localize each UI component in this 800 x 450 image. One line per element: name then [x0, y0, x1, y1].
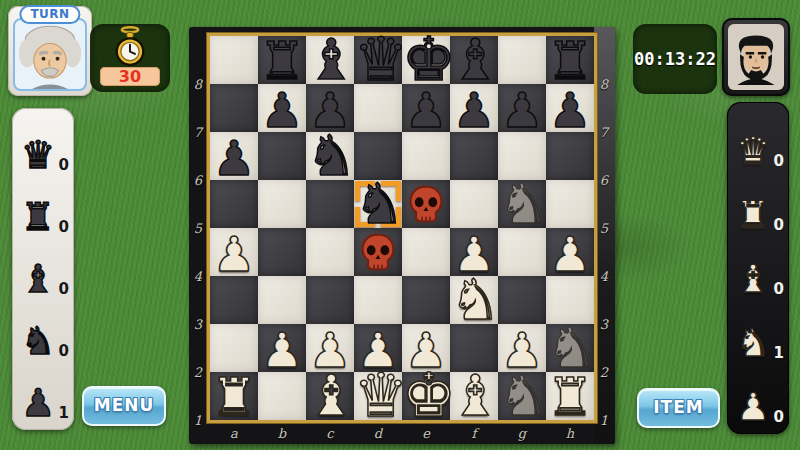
captured-white-rook: ♜0 [727, 172, 789, 236]
file-label-b: b [278, 426, 286, 441]
move-timer-panel: 30 [90, 24, 170, 92]
white-pawn-h4[interactable]: ♟ [546, 228, 594, 276]
stopwatch-icon [112, 26, 149, 72]
black-pawn-h7[interactable]: ♟ [546, 84, 594, 132]
white-player-avatar [13, 18, 87, 91]
captured-count: 0 [59, 280, 69, 298]
ghost-white-knight-h2[interactable]: ♞ [546, 324, 594, 372]
captured-count: 0 [774, 216, 784, 234]
rank-label-2: 2 [600, 365, 608, 380]
black-pawn-e7[interactable]: ♟ [402, 84, 450, 132]
captured-count: 0 [59, 156, 69, 174]
lincoln-avatar-illustration [728, 24, 784, 90]
black-bishop-f8[interactable]: ♝ [450, 36, 498, 84]
item-button[interactable]: ITEM [637, 388, 720, 428]
rank-label-1: 1 [194, 413, 202, 428]
black-queen-d8[interactable]: ♛ [354, 36, 402, 84]
white-pawn-a4[interactable]: ♟ [210, 228, 258, 276]
turn-indicator: TURN [19, 5, 80, 24]
captured-black-pawn: ♟1 [12, 362, 74, 424]
white-knight-f3[interactable]: ♞ [450, 276, 498, 324]
rank-label-3: 3 [194, 317, 202, 332]
black-player-avatar [728, 24, 784, 90]
white-rook-a1[interactable]: ♜ [210, 372, 258, 420]
captured-white-bishop: ♝0 [727, 236, 789, 300]
captured-count: 1 [774, 344, 784, 362]
captured-black-queen: ♛0 [12, 114, 74, 176]
captured-white-pieces-tray: ♛0♜0♝0♞1♟0 [727, 102, 789, 434]
game-clock-panel: 00:13:22 [633, 24, 717, 94]
ghost-white-knight-g5[interactable]: ♞ [498, 180, 546, 228]
rank-label-6: 6 [194, 173, 202, 188]
white-player-card: TURN [8, 6, 92, 96]
black-knight-c6[interactable]: ♞ [306, 132, 354, 180]
white-bishop-f1[interactable]: ♝ [450, 372, 498, 420]
black-rook-h8[interactable]: ♜ [546, 36, 594, 84]
white-queen-d1[interactable]: ♛ [354, 372, 402, 420]
game-clock-time: 00:13:22 [634, 49, 716, 69]
black-pawn-g7[interactable]: ♟ [498, 84, 546, 132]
rank-label-8: 8 [600, 77, 608, 92]
white-pawn-b2[interactable]: ♟ [258, 324, 306, 372]
captured-white-queen: ♛0 [727, 108, 789, 172]
rank-label-7: 7 [600, 125, 608, 140]
captured-count: 0 [774, 280, 784, 298]
captured-black-pieces-tray: ♛0♜0♝0♞0♟1 [12, 108, 74, 430]
file-label-h: h [566, 426, 574, 441]
move-timer-value: 30 [100, 67, 160, 86]
rank-label-2: 2 [194, 365, 202, 380]
captured-count: 1 [59, 404, 69, 422]
white-rook-h1[interactable]: ♜ [546, 372, 594, 420]
black-king-e8[interactable]: ♚ [402, 36, 450, 84]
captured-white-knight: ♞1 [727, 300, 789, 364]
ghost-white-knight-g1[interactable]: ♞ [498, 372, 546, 420]
rank-label-7: 7 [194, 125, 202, 140]
black-pawn-b7[interactable]: ♟ [258, 84, 306, 132]
rank-label-4: 4 [600, 269, 608, 284]
captured-count: 0 [774, 408, 784, 426]
rank-label-3: 3 [600, 317, 608, 332]
black-rook-b8[interactable]: ♜ [258, 36, 306, 84]
rank-label-5: 5 [194, 221, 202, 236]
captured-count: 0 [59, 218, 69, 236]
white-king-e1[interactable]: ♚ [402, 372, 450, 420]
captured-white-pawn: ♟0 [727, 364, 789, 428]
board-pieces: ♜♝♛♚♝♜♟♟♟♟♟♟♟♞♞♟♟♟♞♟♟♟♟♟♜♝♛♚♝♜♞♞♞ [210, 36, 594, 420]
captured-black-rook: ♜0 [12, 176, 74, 238]
captured-count: 0 [59, 342, 69, 360]
menu-button[interactable]: MENU [82, 386, 166, 426]
black-pawn-a6[interactable]: ♟ [210, 132, 258, 180]
captured-black-knight: ♞0 [12, 300, 74, 362]
black-knight-d5[interactable]: ♞ [354, 180, 402, 228]
captured-black-bishop: ♝0 [12, 238, 74, 300]
black-player-card [722, 18, 790, 96]
white-bishop-c1[interactable]: ♝ [306, 372, 354, 420]
black-bishop-c8[interactable]: ♝ [306, 36, 354, 84]
captured-count: 0 [774, 152, 784, 170]
chess-board-frame: ♜♝♛♚♝♜♟♟♟♟♟♟♟♞♞♟♟♟♞♟♟♟♟♟♜♝♛♚♝♜♞♞♞ 887766… [189, 27, 615, 444]
file-label-a: a [230, 426, 238, 441]
black-pawn-f7[interactable]: ♟ [450, 84, 498, 132]
rank-label-5: 5 [600, 221, 608, 236]
rank-label-6: 6 [600, 173, 608, 188]
rank-label-1: 1 [600, 413, 608, 428]
rank-label-8: 8 [194, 77, 202, 92]
einstein-avatar-illustration [15, 22, 85, 91]
rank-label-4: 4 [194, 269, 202, 284]
